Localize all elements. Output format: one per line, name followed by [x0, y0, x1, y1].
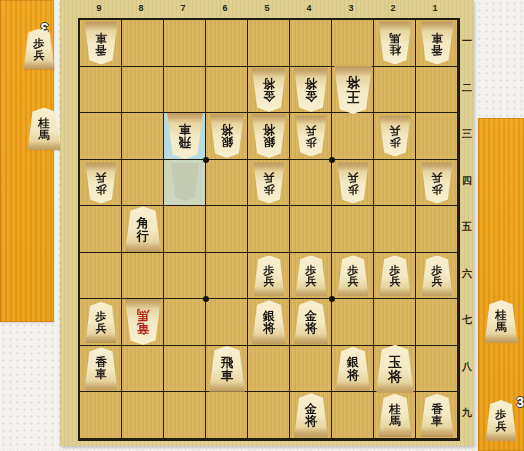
square-33[interactable] [332, 113, 374, 160]
file-label-9: 9 [78, 1, 120, 16]
file-label-1: 1 [414, 1, 456, 16]
square-86[interactable] [122, 253, 164, 300]
square-48[interactable] [290, 346, 332, 393]
file-labels: 987654321 [78, 1, 456, 16]
square-41[interactable] [290, 20, 332, 67]
rank-label: 六 [460, 251, 474, 298]
square-51[interactable] [248, 20, 290, 67]
piece-歩兵-hand[interactable]: 歩兵 [485, 400, 518, 441]
square-62[interactable] [206, 67, 248, 114]
square-79[interactable] [164, 392, 206, 439]
square-61[interactable] [206, 20, 248, 67]
square-39[interactable] [332, 392, 374, 439]
file-label-7: 7 [162, 1, 204, 16]
square-67[interactable] [206, 299, 248, 346]
square-55[interactable] [248, 206, 290, 253]
square-81[interactable] [122, 20, 164, 67]
rank-label: 八 [460, 344, 474, 391]
square-74[interactable] [164, 160, 206, 207]
sente-hand-panel: 桂馬歩兵3 [478, 118, 524, 451]
file-label-2: 2 [372, 1, 414, 16]
square-37[interactable] [332, 299, 374, 346]
square-78[interactable] [164, 346, 206, 393]
square-83[interactable] [122, 113, 164, 160]
gote-hand-歩兵[interactable]: 3歩兵 [0, 8, 54, 49]
square-45[interactable] [290, 206, 332, 253]
star-point [203, 157, 209, 163]
rank-labels: 一二三四五六七八九 [460, 18, 474, 437]
square-22[interactable] [374, 67, 416, 114]
star-point [203, 296, 209, 302]
square-65[interactable] [206, 206, 248, 253]
square-64[interactable] [206, 160, 248, 207]
square-13[interactable] [416, 113, 458, 160]
shogi-game-screen: 3歩兵桂馬 987654321 香車桂馬香車金将金将王将飛車銀将銀将歩兵歩兵歩兵… [0, 0, 524, 451]
file-label-3: 3 [330, 1, 372, 16]
rank-label: 七 [460, 297, 474, 344]
square-66[interactable] [206, 253, 248, 300]
rank-label: 五 [460, 204, 474, 251]
square-77[interactable] [164, 299, 206, 346]
square-58[interactable] [248, 346, 290, 393]
rank-label: 九 [460, 390, 474, 437]
gote-hand-桂馬[interactable]: 桂馬 [0, 86, 54, 129]
square-59[interactable] [248, 392, 290, 439]
square-69[interactable] [206, 392, 248, 439]
square-95[interactable] [80, 206, 122, 253]
square-99[interactable] [80, 392, 122, 439]
square-96[interactable] [80, 253, 122, 300]
square-71[interactable] [164, 20, 206, 67]
square-93[interactable] [80, 113, 122, 160]
square-89[interactable] [122, 392, 164, 439]
square-12[interactable] [416, 67, 458, 114]
file-label-8: 8 [120, 1, 162, 16]
square-27[interactable] [374, 299, 416, 346]
rank-label: 二 [460, 65, 474, 112]
star-point [329, 157, 335, 163]
square-18[interactable] [416, 346, 458, 393]
rank-label: 四 [460, 158, 474, 205]
square-82[interactable] [122, 67, 164, 114]
sente-hand-桂馬[interactable]: 桂馬 [478, 300, 524, 343]
sente-hand-歩兵[interactable]: 歩兵3 [478, 400, 524, 441]
piece-桂馬-hand[interactable]: 桂馬 [484, 300, 519, 343]
file-label-4: 4 [288, 1, 330, 16]
rank-label: 一 [460, 18, 474, 65]
square-31[interactable] [332, 20, 374, 67]
gote-hand-panel: 3歩兵桂馬 [0, 0, 54, 322]
moved-from-ghost [170, 163, 200, 201]
square-92[interactable] [80, 67, 122, 114]
shogi-board: 987654321 香車桂馬香車金将金将王将飛車銀将銀将歩兵歩兵歩兵歩兵歩兵歩兵… [60, 0, 474, 446]
file-label-6: 6 [204, 1, 246, 16]
piece-歩兵-hand[interactable]: 歩兵 [22, 29, 55, 70]
rank-label: 三 [460, 111, 474, 158]
square-35[interactable] [332, 206, 374, 253]
piece-桂馬-hand[interactable]: 桂馬 [27, 108, 62, 151]
square-72[interactable] [164, 67, 206, 114]
sente-hand-count: 3 [516, 394, 524, 410]
square-76[interactable] [164, 253, 206, 300]
square-25[interactable] [374, 206, 416, 253]
square-24[interactable] [374, 160, 416, 207]
square-75[interactable] [164, 206, 206, 253]
square-84[interactable] [122, 160, 164, 207]
star-point [329, 296, 335, 302]
square-88[interactable] [122, 346, 164, 393]
square-44[interactable] [290, 160, 332, 207]
file-label-5: 5 [246, 1, 288, 16]
square-17[interactable] [416, 299, 458, 346]
square-15[interactable] [416, 206, 458, 253]
board-grid: 香車桂馬香車金将金将王将飛車銀将銀将歩兵歩兵歩兵歩兵歩兵歩兵角行歩兵歩兵歩兵歩兵… [78, 18, 460, 441]
